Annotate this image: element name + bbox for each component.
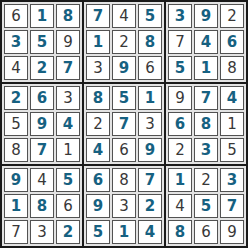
cell-r7c8: 2 — [194, 168, 218, 192]
cell-r2c8[interactable]: 4 — [194, 30, 218, 54]
cell-r2c6[interactable]: 8 — [138, 30, 162, 54]
cell-r5c3[interactable]: 4 — [56, 112, 80, 136]
sudoku-box-6: 974681235 — [166, 84, 246, 164]
cell-r3c7[interactable]: 5 — [168, 56, 192, 80]
cell-r7c2: 4 — [30, 168, 54, 192]
sudoku-board: 6183594277451283963927465182635948718512… — [0, 0, 248, 248]
cell-r3c4: 3 — [86, 56, 110, 80]
cell-r4c2[interactable]: 6 — [30, 86, 54, 110]
cell-r6c7: 2 — [168, 138, 192, 162]
cell-r7c4[interactable]: 6 — [86, 168, 110, 192]
cell-r6c6[interactable]: 9 — [138, 138, 162, 162]
cell-r2c4[interactable]: 1 — [86, 30, 110, 54]
cell-r3c8[interactable]: 1 — [194, 56, 218, 80]
cell-r1c7[interactable]: 3 — [168, 4, 192, 28]
cell-r5c6: 3 — [138, 112, 162, 136]
cell-r5c7[interactable]: 6 — [168, 112, 192, 136]
cell-r8c7: 4 — [168, 194, 192, 218]
sudoku-box-5: 851273469 — [84, 84, 164, 164]
cell-r3c5[interactable]: 9 — [112, 56, 136, 80]
cell-r8c6[interactable]: 2 — [138, 194, 162, 218]
cell-r1c4[interactable]: 7 — [86, 4, 110, 28]
cell-r7c7[interactable]: 1 — [168, 168, 192, 192]
cell-r4c1[interactable]: 2 — [4, 86, 28, 110]
sudoku-box-7: 945186732 — [2, 166, 82, 246]
cell-r9c3[interactable]: 2 — [56, 220, 80, 244]
cell-r9c7[interactable]: 8 — [168, 220, 192, 244]
sudoku-box-1: 618359427 — [2, 2, 82, 82]
cell-r9c9: 9 — [220, 220, 244, 244]
cell-r8c1[interactable]: 1 — [4, 194, 28, 218]
cell-r7c5: 8 — [112, 168, 136, 192]
sudoku-box-8: 687932514 — [84, 166, 164, 246]
cell-r2c9[interactable]: 6 — [220, 30, 244, 54]
cell-r2c5: 2 — [112, 30, 136, 54]
cell-r4c7: 9 — [168, 86, 192, 110]
cell-r7c9[interactable]: 3 — [220, 168, 244, 192]
cell-r4c3: 3 — [56, 86, 80, 110]
cell-r5c5[interactable]: 7 — [112, 112, 136, 136]
sudoku-box-2: 745128396 — [84, 2, 164, 82]
cell-r6c9: 5 — [220, 138, 244, 162]
cell-r5c8[interactable]: 8 — [194, 112, 218, 136]
cell-r1c1: 6 — [4, 4, 28, 28]
cell-r1c9: 2 — [220, 4, 244, 28]
cell-r4c6[interactable]: 1 — [138, 86, 162, 110]
cell-r9c1: 7 — [4, 220, 28, 244]
cell-r2c3: 9 — [56, 30, 80, 54]
sudoku-box-9: 123457869 — [166, 166, 246, 246]
cell-r6c4[interactable]: 4 — [86, 138, 110, 162]
cell-r3c6: 6 — [138, 56, 162, 80]
cell-r4c5[interactable]: 5 — [112, 86, 136, 110]
cell-r9c2: 3 — [30, 220, 54, 244]
cell-r4c9[interactable]: 4 — [220, 86, 244, 110]
cell-r1c3[interactable]: 8 — [56, 4, 80, 28]
cell-r3c1: 4 — [4, 56, 28, 80]
cell-r9c4[interactable]: 5 — [86, 220, 110, 244]
cell-r6c3: 1 — [56, 138, 80, 162]
cell-r5c9: 1 — [220, 112, 244, 136]
cell-r6c1: 8 — [4, 138, 28, 162]
cell-r3c3[interactable]: 7 — [56, 56, 80, 80]
cell-r1c2[interactable]: 1 — [30, 4, 54, 28]
cell-r1c8[interactable]: 9 — [194, 4, 218, 28]
cell-r7c3[interactable]: 5 — [56, 168, 80, 192]
cell-r7c1[interactable]: 9 — [4, 168, 28, 192]
cell-r3c2[interactable]: 2 — [30, 56, 54, 80]
sudoku-box-3: 392746518 — [166, 2, 246, 82]
cell-r1c6[interactable]: 5 — [138, 4, 162, 28]
cell-r7c6[interactable]: 7 — [138, 168, 162, 192]
cell-r4c8[interactable]: 7 — [194, 86, 218, 110]
cell-r6c8[interactable]: 3 — [194, 138, 218, 162]
cell-r5c1: 5 — [4, 112, 28, 136]
cell-r5c4: 2 — [86, 112, 110, 136]
cell-r8c3: 6 — [56, 194, 80, 218]
cell-r6c2[interactable]: 7 — [30, 138, 54, 162]
cell-r9c8: 6 — [194, 220, 218, 244]
cell-r8c9[interactable]: 7 — [220, 194, 244, 218]
cell-r8c8[interactable]: 5 — [194, 194, 218, 218]
cell-r2c7: 7 — [168, 30, 192, 54]
cell-r9c6[interactable]: 4 — [138, 220, 162, 244]
cell-r2c1[interactable]: 3 — [4, 30, 28, 54]
cell-r8c5: 3 — [112, 194, 136, 218]
cell-r4c4[interactable]: 8 — [86, 86, 110, 110]
cell-r5c2[interactable]: 9 — [30, 112, 54, 136]
cell-r6c5: 6 — [112, 138, 136, 162]
cell-r3c9: 8 — [220, 56, 244, 80]
cell-r2c2[interactable]: 5 — [30, 30, 54, 54]
cell-r9c5[interactable]: 1 — [112, 220, 136, 244]
cell-r8c2[interactable]: 8 — [30, 194, 54, 218]
cell-r1c5: 4 — [112, 4, 136, 28]
sudoku-box-4: 263594871 — [2, 84, 82, 164]
cell-r8c4[interactable]: 9 — [86, 194, 110, 218]
